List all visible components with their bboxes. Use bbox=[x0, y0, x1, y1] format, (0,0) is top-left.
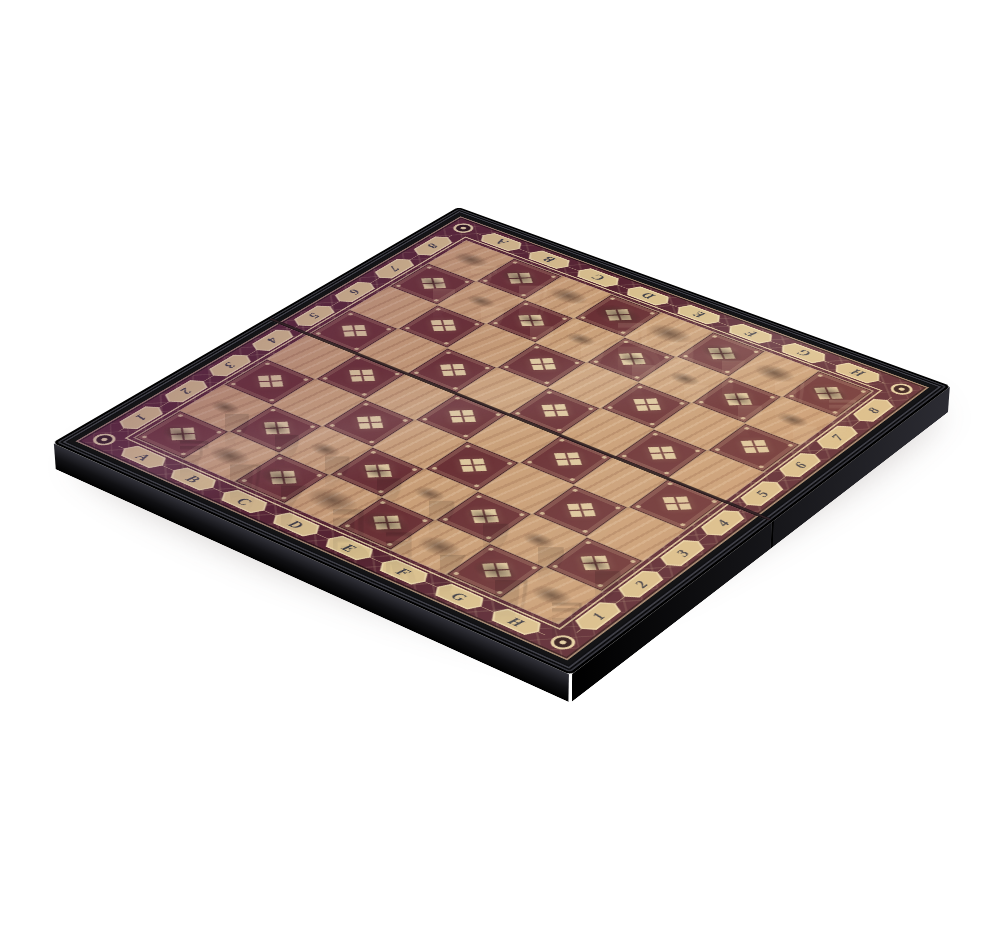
file-label-far-f-text: F bbox=[741, 329, 759, 339]
rank-label-far-5-text: 5 bbox=[306, 312, 324, 320]
file-label-far-d-text: D bbox=[638, 291, 657, 301]
file-label-far-a-text: A bbox=[492, 238, 510, 247]
corner-bullseye-ornament bbox=[449, 222, 477, 235]
quatrefoil-medallion-ornament: ❖ bbox=[325, 317, 382, 345]
rank-label-far-4-text: 4 bbox=[264, 336, 282, 344]
file-label-far-h-text: H bbox=[847, 368, 867, 379]
quatrefoil-medallion-ornament: ❖ bbox=[692, 340, 749, 369]
product-photo-scene: ❖❖❖❖❖❖❖❖❖❖❖❖❖❖❖❖❖❖❖❖❖❖❖❖❖❖❖❖❖❖❖❖ AABBCCD… bbox=[0, 0, 1000, 938]
quatrefoil-medallion-ornament: ❖ bbox=[513, 350, 571, 379]
file-label-far-b-text: B bbox=[540, 255, 558, 264]
quatrefoil-medallion-ornament: ❖ bbox=[422, 356, 480, 385]
corner-bullseye-ornament bbox=[887, 381, 917, 396]
quatrefoil-medallion-ornament: ❖ bbox=[603, 345, 661, 374]
fold-crack bbox=[771, 521, 774, 549]
file-label-far-e-text: E bbox=[690, 310, 708, 319]
rank-label-8-text: 8 bbox=[864, 406, 883, 415]
quatrefoil-medallion-ornament: ❖ bbox=[590, 302, 646, 330]
quatrefoil-medallion-ornament: ❖ bbox=[414, 312, 471, 340]
rank-label-far-7-text: 7 bbox=[386, 265, 403, 273]
quatrefoil-medallion-ornament: ❖ bbox=[502, 307, 559, 335]
perspective-stage: ❖❖❖❖❖❖❖❖❖❖❖❖❖❖❖❖❖❖❖❖❖❖❖❖❖❖❖❖❖❖❖❖ AABBCCD… bbox=[0, 0, 1000, 938]
rank-label-far-6-text: 6 bbox=[346, 288, 363, 296]
rank-label-far-8-text: 8 bbox=[425, 242, 442, 249]
quatrefoil-medallion-ornament: ❖ bbox=[491, 265, 547, 292]
quatrefoil-medallion-ornament: ❖ bbox=[405, 270, 461, 297]
file-label-far-c-text: C bbox=[589, 273, 607, 282]
chess-board: ❖❖❖❖❖❖❖❖❖❖❖❖❖❖❖❖❖❖❖❖❖❖❖❖❖❖❖❖❖❖❖❖ AABBCCD… bbox=[52, 207, 950, 675]
